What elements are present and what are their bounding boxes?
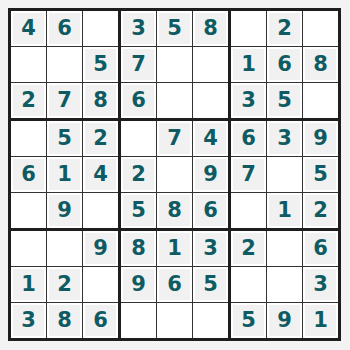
cell-r1c4[interactable]: 3: [121, 11, 156, 46]
box-r1c2: 35876: [121, 11, 228, 118]
cell-r3c1[interactable]: 2: [11, 83, 46, 118]
cell-r8c8[interactable]: [267, 267, 302, 302]
sudoku-board: 4652783587621683552614974295866397512912…: [8, 8, 341, 341]
cell-r5c1[interactable]: 6: [11, 157, 46, 192]
cell-r2c2[interactable]: [47, 47, 82, 82]
cell-r4c8[interactable]: 3: [267, 121, 302, 156]
cell-r1c7[interactable]: [231, 11, 266, 46]
cell-r7c8[interactable]: [267, 231, 302, 266]
cell-r2c5[interactable]: [157, 47, 192, 82]
cell-r5c8[interactable]: [267, 157, 302, 192]
cell-r4c6[interactable]: 4: [193, 121, 228, 156]
cell-r6c8[interactable]: 1: [267, 193, 302, 228]
cell-r1c1[interactable]: 4: [11, 11, 46, 46]
cell-r6c5[interactable]: 8: [157, 193, 192, 228]
cell-r5c9[interactable]: 5: [303, 157, 338, 192]
cell-r7c5[interactable]: 1: [157, 231, 192, 266]
cell-r1c8[interactable]: 2: [267, 11, 302, 46]
cell-r9c8[interactable]: 9: [267, 303, 302, 338]
box-r3c3: 263591: [231, 231, 338, 338]
cell-r9c3[interactable]: 6: [83, 303, 118, 338]
cell-r4c2[interactable]: 5: [47, 121, 82, 156]
cell-r3c3[interactable]: 8: [83, 83, 118, 118]
cell-r5c2[interactable]: 1: [47, 157, 82, 192]
cell-r4c7[interactable]: 6: [231, 121, 266, 156]
cell-r7c7[interactable]: 2: [231, 231, 266, 266]
cell-r3c4[interactable]: 6: [121, 83, 156, 118]
cell-r4c9[interactable]: 9: [303, 121, 338, 156]
cell-r3c6[interactable]: [193, 83, 228, 118]
cell-r9c9[interactable]: 1: [303, 303, 338, 338]
cell-r3c9[interactable]: [303, 83, 338, 118]
cell-r3c8[interactable]: 5: [267, 83, 302, 118]
box-r2c1: 526149: [11, 121, 118, 228]
cell-r7c1[interactable]: [11, 231, 46, 266]
cell-r1c5[interactable]: 5: [157, 11, 192, 46]
cell-r3c5[interactable]: [157, 83, 192, 118]
cell-r1c2[interactable]: 6: [47, 11, 82, 46]
box-r2c2: 7429586: [121, 121, 228, 228]
cell-r7c9[interactable]: 6: [303, 231, 338, 266]
cell-r2c6[interactable]: [193, 47, 228, 82]
cell-r3c2[interactable]: 7: [47, 83, 82, 118]
box-r3c1: 912386: [11, 231, 118, 338]
cell-r8c4[interactable]: 9: [121, 267, 156, 302]
cell-r8c9[interactable]: 3: [303, 267, 338, 302]
cell-r7c3[interactable]: 9: [83, 231, 118, 266]
cell-r6c7[interactable]: [231, 193, 266, 228]
cell-r9c4[interactable]: [121, 303, 156, 338]
box-r1c1: 465278: [11, 11, 118, 118]
cell-r6c4[interactable]: 5: [121, 193, 156, 228]
cell-r7c2[interactable]: [47, 231, 82, 266]
box-r3c2: 813965: [121, 231, 228, 338]
cell-r2c8[interactable]: 6: [267, 47, 302, 82]
cell-r1c3[interactable]: [83, 11, 118, 46]
cell-r5c7[interactable]: 7: [231, 157, 266, 192]
cell-r4c4[interactable]: [121, 121, 156, 156]
cell-r7c6[interactable]: 3: [193, 231, 228, 266]
cell-r2c3[interactable]: 5: [83, 47, 118, 82]
cell-r6c9[interactable]: 2: [303, 193, 338, 228]
cell-r8c3[interactable]: [83, 267, 118, 302]
cell-r8c7[interactable]: [231, 267, 266, 302]
cell-r8c2[interactable]: 2: [47, 267, 82, 302]
cell-r5c6[interactable]: 9: [193, 157, 228, 192]
cell-r9c6[interactable]: [193, 303, 228, 338]
cell-r2c7[interactable]: 1: [231, 47, 266, 82]
cell-r7c4[interactable]: 8: [121, 231, 156, 266]
cell-r6c3[interactable]: [83, 193, 118, 228]
cell-r8c5[interactable]: 6: [157, 267, 192, 302]
cell-r6c1[interactable]: [11, 193, 46, 228]
cell-r2c9[interactable]: 8: [303, 47, 338, 82]
cell-r4c1[interactable]: [11, 121, 46, 156]
cell-r4c3[interactable]: 2: [83, 121, 118, 156]
cell-r1c9[interactable]: [303, 11, 338, 46]
cell-r4c5[interactable]: 7: [157, 121, 192, 156]
cell-r3c7[interactable]: 3: [231, 83, 266, 118]
cell-r8c1[interactable]: 1: [11, 267, 46, 302]
box-r2c3: 6397512: [231, 121, 338, 228]
box-r1c3: 216835: [231, 11, 338, 118]
cell-r6c6[interactable]: 6: [193, 193, 228, 228]
cell-r2c1[interactable]: [11, 47, 46, 82]
cell-r9c5[interactable]: [157, 303, 192, 338]
cell-r9c1[interactable]: 3: [11, 303, 46, 338]
cell-r5c5[interactable]: [157, 157, 192, 192]
cell-r8c6[interactable]: 5: [193, 267, 228, 302]
cell-r2c4[interactable]: 7: [121, 47, 156, 82]
cell-r6c2[interactable]: 9: [47, 193, 82, 228]
cell-r5c3[interactable]: 4: [83, 157, 118, 192]
cell-r9c7[interactable]: 5: [231, 303, 266, 338]
cell-r1c6[interactable]: 8: [193, 11, 228, 46]
cell-r5c4[interactable]: 2: [121, 157, 156, 192]
cell-r9c2[interactable]: 8: [47, 303, 82, 338]
